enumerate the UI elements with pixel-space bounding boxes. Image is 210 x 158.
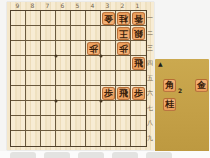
board-cell-4-1[interactable] <box>86 11 101 26</box>
board-cell-8-3[interactable] <box>26 41 41 56</box>
board-cell-5-7[interactable] <box>71 101 86 116</box>
shogi-player-widget: 987654321 一二三四五六七八九 金桂香王銀歩歩飛歩飛歩 ▲ 角2金桂 <box>0 0 210 158</box>
board-cell-6-1[interactable] <box>56 11 71 26</box>
board-cell-3-8[interactable] <box>101 116 116 131</box>
board-cell-5-4[interactable] <box>71 56 86 71</box>
rank-coordinates: 一二三四五六七八九 <box>146 10 154 145</box>
rank-label: 六 <box>146 85 154 100</box>
board-cell-3-5[interactable] <box>101 71 116 86</box>
board-cell-1-8[interactable] <box>131 116 146 131</box>
control-button[interactable] <box>44 152 70 158</box>
board-cell-6-7[interactable] <box>56 101 71 116</box>
board-cell-2-4[interactable] <box>116 56 131 71</box>
board-cell-1-5[interactable] <box>131 71 146 86</box>
board-cell-5-3[interactable] <box>71 41 86 56</box>
rank-label: 三 <box>146 40 154 55</box>
board-cell-9-5[interactable] <box>11 71 26 86</box>
board-cell-7-5[interactable] <box>41 71 56 86</box>
piece-gote-3一[interactable]: 金 <box>102 12 115 25</box>
star-point <box>100 100 103 103</box>
board-cell-2-9[interactable] <box>116 131 131 146</box>
board-cell-9-9[interactable] <box>11 131 26 146</box>
board-cell-8-1[interactable] <box>26 11 41 26</box>
board-cell-4-4[interactable] <box>86 56 101 71</box>
control-button[interactable] <box>112 152 138 158</box>
board-cell-8-5[interactable] <box>26 71 41 86</box>
board-cell-1-9[interactable] <box>131 131 146 146</box>
file-label: 1 <box>130 2 145 10</box>
star-point <box>100 55 103 58</box>
board-cell-5-6[interactable] <box>71 86 86 101</box>
board-cell-8-6[interactable] <box>26 86 41 101</box>
board-cell-5-2[interactable] <box>71 26 86 41</box>
board-cell-9-8[interactable] <box>11 116 26 131</box>
board-cell-5-9[interactable] <box>71 131 86 146</box>
board-cell-7-9[interactable] <box>41 131 56 146</box>
piece-gote-1二[interactable]: 銀 <box>132 27 145 40</box>
player-controls-strip <box>0 151 210 158</box>
file-coordinates: 987654321 <box>10 2 145 10</box>
rank-label: 二 <box>146 25 154 40</box>
board-cell-7-8[interactable] <box>41 116 56 131</box>
board-cell-5-5[interactable] <box>71 71 86 86</box>
hand-piece-角[interactable]: 角 <box>163 79 176 92</box>
star-point <box>55 55 58 58</box>
board-cell-5-8[interactable] <box>71 116 86 131</box>
file-label: 4 <box>85 2 100 10</box>
board-cell-7-2[interactable] <box>41 26 56 41</box>
rank-label: 五 <box>146 70 154 85</box>
board-cell-9-7[interactable] <box>11 101 26 116</box>
control-button[interactable] <box>146 152 172 158</box>
board-cell-9-2[interactable] <box>11 26 26 41</box>
board-cell-6-4[interactable] <box>56 56 71 71</box>
piece-gote-2一[interactable]: 桂 <box>117 12 130 25</box>
board-cell-8-2[interactable] <box>26 26 41 41</box>
file-label: 2 <box>115 2 130 10</box>
board-cell-2-5[interactable] <box>116 71 131 86</box>
board-grid[interactable]: 金桂香王銀歩歩飛歩飛歩 <box>10 10 147 147</box>
komadai-sente-hand: ▲ 角2金桂 <box>155 59 209 152</box>
file-label: 3 <box>100 2 115 10</box>
board-cell-7-1[interactable] <box>41 11 56 26</box>
board-cell-2-8[interactable] <box>116 116 131 131</box>
rank-label: 四 <box>146 55 154 70</box>
control-button[interactable] <box>78 152 104 158</box>
board-cell-9-3[interactable] <box>11 41 26 56</box>
rank-label: 八 <box>146 115 154 130</box>
rank-label: 七 <box>146 100 154 115</box>
board-cell-7-6[interactable] <box>41 86 56 101</box>
hand-count-角: 2 <box>178 87 182 94</box>
board-cell-6-3[interactable] <box>56 41 71 56</box>
board-cell-5-1[interactable] <box>71 11 86 26</box>
piece-sente-1六[interactable]: 歩 <box>132 87 145 100</box>
board-cell-4-8[interactable] <box>86 116 101 131</box>
board-cell-8-9[interactable] <box>26 131 41 146</box>
star-point <box>55 100 58 103</box>
board-cell-3-3[interactable] <box>101 41 116 56</box>
hand-piece-金[interactable]: 金 <box>195 79 208 92</box>
board-cell-4-9[interactable] <box>86 131 101 146</box>
board-cell-4-5[interactable] <box>86 71 101 86</box>
piece-gote-2三[interactable]: 歩 <box>117 42 130 55</box>
board-cell-6-8[interactable] <box>56 116 71 131</box>
board-cell-1-3[interactable] <box>131 41 146 56</box>
board-cell-6-5[interactable] <box>56 71 71 86</box>
board-cell-9-6[interactable] <box>11 86 26 101</box>
sente-turn-marker: ▲ <box>158 60 163 68</box>
board-cell-3-7[interactable] <box>101 101 116 116</box>
file-label: 7 <box>40 2 55 10</box>
board-cell-4-7[interactable] <box>86 101 101 116</box>
board-cell-7-4[interactable] <box>41 56 56 71</box>
hand-piece-桂[interactable]: 桂 <box>163 98 176 111</box>
board-cell-3-9[interactable] <box>101 131 116 146</box>
board-cell-8-8[interactable] <box>26 116 41 131</box>
file-label: 6 <box>55 2 70 10</box>
piece-gote-1一[interactable]: 香 <box>132 12 145 25</box>
board-cell-8-4[interactable] <box>26 56 41 71</box>
rank-label: 九 <box>146 130 154 145</box>
board-cell-3-4[interactable] <box>101 56 116 71</box>
board-cell-7-3[interactable] <box>41 41 56 56</box>
file-label: 8 <box>25 2 40 10</box>
board-cell-6-9[interactable] <box>56 131 71 146</box>
piece-sente-3六[interactable]: 歩 <box>102 87 115 100</box>
rank-label: 一 <box>146 10 154 25</box>
board-cell-8-7[interactable] <box>26 101 41 116</box>
piece-sente-1四[interactable]: 飛 <box>132 57 145 70</box>
piece-sente-2六[interactable]: 飛 <box>117 87 130 100</box>
file-label: 9 <box>10 2 25 10</box>
board-cell-6-6[interactable] <box>56 86 71 101</box>
piece-gote-4三[interactable]: 歩 <box>87 42 100 55</box>
board-cell-4-6[interactable] <box>86 86 101 101</box>
board-cell-9-1[interactable] <box>11 11 26 26</box>
shogi-board: 987654321 一二三四五六七八九 金桂香王銀歩歩飛歩飛歩 <box>7 2 154 150</box>
file-label: 5 <box>70 2 85 10</box>
board-cell-6-2[interactable] <box>56 26 71 41</box>
board-cell-7-7[interactable] <box>41 101 56 116</box>
board-cell-4-2[interactable] <box>86 26 101 41</box>
board-cell-3-2[interactable] <box>101 26 116 41</box>
board-cell-2-7[interactable] <box>116 101 131 116</box>
control-button[interactable] <box>10 152 36 158</box>
piece-gote-2二[interactable]: 王 <box>117 27 130 40</box>
board-cell-9-4[interactable] <box>11 56 26 71</box>
board-cell-1-7[interactable] <box>131 101 146 116</box>
